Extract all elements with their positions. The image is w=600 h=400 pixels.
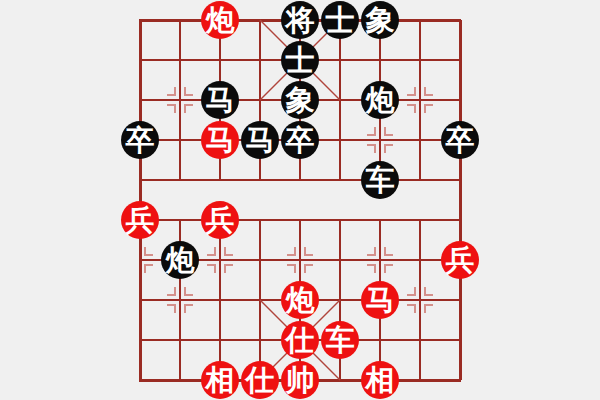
piece-red-horse[interactable]: 马 [201,121,239,159]
piece-red-elephant[interactable]: 相 [361,361,399,399]
piece-black-pawn[interactable]: 卒 [441,121,479,159]
piece-red-general[interactable]: 帅 [281,361,319,399]
piece-red-cannon[interactable]: 炮 [201,1,239,39]
piece-black-chariot[interactable]: 车 [361,161,399,199]
piece-black-cannon[interactable]: 炮 [361,81,399,119]
piece-red-advisor[interactable]: 仕 [281,321,319,359]
piece-black-elephant[interactable]: 象 [281,81,319,119]
piece-black-advisor[interactable]: 士 [281,41,319,79]
piece-black-horse[interactable]: 马 [201,81,239,119]
piece-red-pawn[interactable]: 兵 [121,201,159,239]
piece-red-advisor[interactable]: 仕 [241,361,279,399]
piece-black-advisor[interactable]: 士 [321,1,359,39]
piece-red-chariot[interactable]: 车 [321,321,359,359]
piece-black-elephant[interactable]: 象 [361,1,399,39]
xiangqi-board: 炮将士象士马象炮卒马马卒卒车兵兵炮兵炮马仕车相仕帅相 [0,0,600,400]
piece-red-pawn[interactable]: 兵 [441,241,479,279]
piece-black-pawn[interactable]: 卒 [281,121,319,159]
piece-red-elephant[interactable]: 相 [201,361,239,399]
piece-black-horse[interactable]: 马 [241,121,279,159]
piece-red-pawn[interactable]: 兵 [201,201,239,239]
piece-black-general[interactable]: 将 [281,1,319,39]
piece-black-pawn[interactable]: 卒 [121,121,159,159]
piece-black-cannon[interactable]: 炮 [161,241,199,279]
piece-red-horse[interactable]: 马 [361,281,399,319]
piece-red-cannon[interactable]: 炮 [281,281,319,319]
